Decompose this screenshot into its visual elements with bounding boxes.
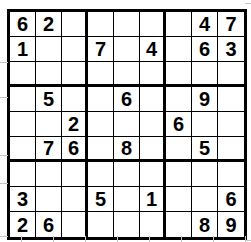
cell-r5c5[interactable] [114,112,140,137]
cell-r6c9[interactable] [218,137,244,162]
cell-r4c4[interactable] [88,87,114,112]
cell-r5c3[interactable]: 2 [62,112,88,137]
cell-r8c8[interactable] [192,187,218,212]
cell-r9c8[interactable]: 8 [192,212,218,237]
spreadsheet-gridline-stub [85,236,86,242]
cell-r2c3[interactable] [62,37,88,62]
cell-r2c2[interactable] [36,37,62,62]
cell-r7c8[interactable] [192,162,218,187]
cell-r1c9[interactable]: 7 [218,12,244,37]
cell-r2c4[interactable]: 7 [88,37,114,62]
cell-r7c3[interactable] [62,162,88,187]
cell-r3c8[interactable] [192,62,218,87]
cell-r1c6[interactable] [140,12,166,37]
cell-r8c4[interactable]: 5 [88,187,114,212]
spreadsheet-gridline-stub [245,3,251,4]
spreadsheet-gridline-stub [0,62,8,63]
cell-r9c3[interactable] [62,212,88,237]
cell-r7c5[interactable] [114,162,140,187]
cell-r3c3[interactable] [62,62,88,87]
cell-r9c5[interactable] [114,212,140,237]
cell-r1c1[interactable]: 6 [10,12,36,37]
cell-r8c2[interactable] [36,187,62,212]
cell-r6c4[interactable] [88,137,114,162]
cell-r6c2[interactable]: 7 [36,137,62,162]
cell-r9c1[interactable]: 2 [10,212,36,237]
cell-r3c7[interactable] [166,62,192,87]
cell-r8c7[interactable] [166,187,192,212]
cell-r5c7[interactable]: 6 [166,112,192,137]
cell-r7c9[interactable] [218,162,244,187]
spreadsheet-gridline-stub [245,240,251,241]
cell-r1c3[interactable] [62,12,88,37]
cell-r6c6[interactable] [140,137,166,162]
cell-r4c1[interactable] [10,87,36,112]
cell-r3c6[interactable] [140,62,166,87]
cell-r7c7[interactable] [166,162,192,187]
cell-r5c2[interactable] [36,112,62,137]
cell-r4c5[interactable]: 6 [114,87,140,112]
cell-r7c6[interactable] [140,162,166,187]
cell-r4c6[interactable] [140,87,166,112]
cell-r5c8[interactable] [192,112,218,137]
cell-r4c3[interactable] [62,87,88,112]
cell-r9c9[interactable]: 9 [218,212,244,237]
cell-r8c9[interactable]: 6 [218,187,244,212]
cell-r7c4[interactable] [88,162,114,187]
cell-r3c2[interactable] [36,62,62,87]
cell-r1c5[interactable] [114,12,140,37]
cell-r8c5[interactable] [114,187,140,212]
cell-r8c3[interactable] [62,187,88,212]
cell-r9c2[interactable]: 6 [36,212,62,237]
cell-r7c2[interactable] [36,162,62,187]
cell-r1c4[interactable] [88,12,114,37]
cell-r8c6[interactable]: 1 [140,187,166,212]
cell-r6c7[interactable] [166,137,192,162]
spreadsheet-gridline-stub [213,236,214,242]
spreadsheet-gridline-stub [245,236,246,242]
spreadsheet-gridline-stub [0,236,8,237]
cell-r6c8[interactable]: 5 [192,137,218,162]
cell-r1c2[interactable]: 2 [36,12,62,37]
cell-r4c8[interactable]: 9 [192,87,218,112]
cell-r5c9[interactable] [218,112,244,137]
cell-r3c1[interactable] [10,62,36,87]
cell-r2c5[interactable] [114,37,140,62]
cell-r5c4[interactable] [88,112,114,137]
cell-r6c3[interactable]: 6 [62,137,88,162]
cell-r5c1[interactable] [10,112,36,137]
spreadsheet-gridline-stub [0,97,8,98]
cell-r4c7[interactable] [166,87,192,112]
spreadsheet-gridline-stub [181,236,182,242]
cell-r6c5[interactable]: 8 [114,137,140,162]
spreadsheet-gridline-stub [21,236,22,242]
cell-r7c1[interactable] [10,162,36,187]
cell-r2c8[interactable]: 6 [192,37,218,62]
cell-r6c1[interactable] [10,137,36,162]
cell-r8c1[interactable]: 3 [10,187,36,212]
cell-r9c4[interactable] [88,212,114,237]
spreadsheet-gridline-stub [0,155,8,156]
cell-r1c7[interactable] [166,12,192,37]
spreadsheet-gridline-stub [53,236,54,242]
spreadsheet-gridline-stub [0,183,8,184]
cell-r4c9[interactable] [218,87,244,112]
cell-r9c6[interactable] [140,212,166,237]
spreadsheet-gridline-stub [117,236,118,242]
cell-r3c5[interactable] [114,62,140,87]
cell-r1c8[interactable]: 4 [192,12,218,37]
sudoku-board: 62471746356926768535162689 [7,9,247,240]
cell-r2c9[interactable]: 3 [218,37,244,62]
cell-r9c7[interactable] [166,212,192,237]
spreadsheet-gridline-stub [149,236,150,242]
cell-r3c4[interactable] [88,62,114,87]
cell-r2c7[interactable] [166,37,192,62]
cell-r2c6[interactable]: 4 [140,37,166,62]
cell-r5c6[interactable] [140,112,166,137]
cell-r3c9[interactable] [218,62,244,87]
cell-r4c2[interactable]: 5 [36,87,62,112]
cell-r2c1[interactable]: 1 [10,37,36,62]
